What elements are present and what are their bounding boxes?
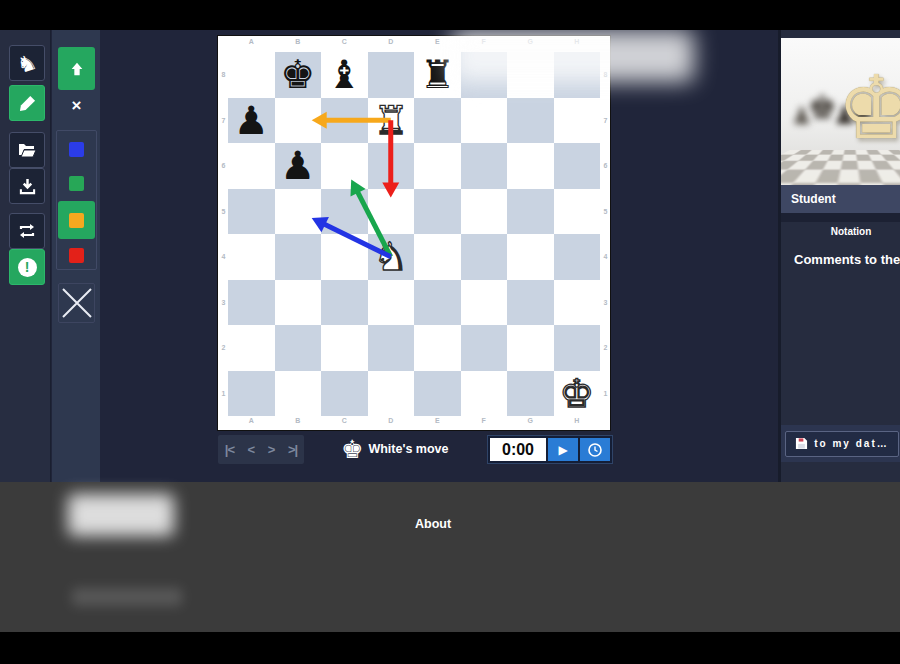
coord-label: 3 [219,280,228,326]
download-button[interactable] [9,168,45,204]
square-e5[interactable] [414,189,461,235]
top-black-bar [0,0,900,30]
square-a1[interactable] [228,371,275,417]
coord-label: 7 [601,98,610,144]
square-d5[interactable] [368,189,415,235]
coord-label: G [507,417,554,429]
coord-label: 6 [601,143,610,189]
square-c1[interactable] [321,371,368,417]
coord-label: B [275,417,322,429]
square-h4[interactable] [554,234,601,280]
about-link[interactable]: About [415,517,451,531]
folder-open-icon [18,142,37,159]
delete-cross-button[interactable] [58,283,95,323]
play-icon: ▶ [558,443,567,457]
piece-black-pawn-b6: ♟ [275,143,322,189]
square-f6[interactable] [461,143,508,189]
toolbar-draw: × [52,30,100,482]
square-a5[interactable] [228,189,275,235]
coord-label: C [321,38,368,50]
arrow-draw-button[interactable] [58,47,95,90]
square-b2[interactable] [275,325,322,371]
coord-label: E [414,38,461,50]
bottom-black-bar [0,632,900,664]
square-b8[interactable]: ♚ [275,52,322,98]
coord-label: 4 [601,234,610,280]
square-g6[interactable] [507,143,554,189]
square-f7[interactable] [461,98,508,144]
square-c7[interactable] [321,98,368,144]
repeat-icon [18,223,36,239]
square-b6[interactable]: ♟ [275,143,322,189]
coord-label: 2 [219,325,228,371]
square-e8[interactable]: ♜ [414,52,461,98]
student-label: Student [781,192,836,206]
coord-label: D [368,38,415,50]
save-bar: to my dat… [781,425,900,462]
coord-label: 2 [601,325,610,371]
red-swatch [69,248,84,263]
coord-label: C [321,417,368,429]
square-c8[interactable]: ♝ [321,52,368,98]
square-e2[interactable] [414,325,461,371]
coord-label: 7 [219,98,228,144]
square-e4[interactable] [414,234,461,280]
color-orange-button[interactable] [58,201,95,239]
blurred-logo [68,494,174,536]
timer-group: 0:00 ▶ [487,435,613,464]
comments-text: Comments to the les [794,252,900,267]
exclamation-icon: ! [18,258,37,277]
square-c6[interactable] [321,143,368,189]
coord-label: 1 [601,371,610,417]
download-icon [19,178,36,195]
page: ♞ [0,0,900,664]
piece-black-bishop-c8: ♝ [321,52,368,98]
square-a4[interactable] [228,234,275,280]
square-d6[interactable] [368,143,415,189]
info-button[interactable]: ! [9,249,45,285]
square-f8[interactable] [461,52,508,98]
square-h1[interactable]: ♚ [554,371,601,417]
square-g7[interactable] [507,98,554,144]
save-button-label: to my dat… [814,438,888,449]
square-a2[interactable] [228,325,275,371]
square-d7[interactable]: ♜ [368,98,415,144]
color-red-button[interactable] [58,241,95,269]
arrow-up-icon [69,61,85,77]
coord-label: E [414,417,461,429]
square-f1[interactable] [461,371,508,417]
coord-label: H [554,417,601,429]
pencil-icon [19,95,36,112]
clock-button[interactable] [580,438,610,461]
floppy-save-icon [795,437,808,450]
blurred-footer-text [72,588,182,606]
piece-white-rook-d7: ♜ [368,98,415,144]
square-h8[interactable] [554,52,601,98]
square-f4[interactable] [461,234,508,280]
rank-labels-left: 87654321 [219,52,228,416]
square-d2[interactable] [368,325,415,371]
green-swatch [69,176,84,191]
coord-label: 5 [601,189,610,235]
coord-label: 5 [219,189,228,235]
coord-label: A [228,417,275,429]
white-king-icon: ♚ [341,437,363,462]
square-b1[interactable] [275,371,322,417]
square-g4[interactable] [507,234,554,280]
piece-black-pawn-a7: ♟ [228,98,275,144]
square-a6[interactable] [228,143,275,189]
blurred-piece: ♟ [791,104,813,128]
square-e3[interactable] [414,280,461,326]
square-d8[interactable] [368,52,415,98]
square-a8[interactable] [228,52,275,98]
square-b7[interactable] [275,98,322,144]
square-g3[interactable] [507,280,554,326]
color-green-button[interactable] [58,169,95,197]
student-bar: Student [781,185,900,213]
panel-divider [781,213,900,222]
square-h2[interactable] [554,325,601,371]
square-c4[interactable] [321,234,368,280]
piece-tool-button[interactable]: ♞ [9,45,45,81]
square-d3[interactable] [368,280,415,326]
piece-white-knight-d4: ♞ [368,234,415,280]
clock-icon [587,442,603,458]
rank-labels-right: 87654321 [601,52,610,416]
square-c2[interactable] [321,325,368,371]
white-king-photo: ♚ [837,64,900,152]
square-g1[interactable] [507,371,554,417]
square-e1[interactable] [414,371,461,417]
notation-title: Notation [781,226,900,237]
blue-swatch [69,142,84,157]
square-f3[interactable] [461,280,508,326]
play-button[interactable]: ▶ [548,438,578,461]
nav-last-button[interactable]: >| [288,442,297,457]
right-panel: ♚ ♟ ♟ ♟ ♚ Student Notation Comments to t… [778,30,900,482]
square-h6[interactable] [554,143,601,189]
move-label: White's move [368,442,448,456]
square-h3[interactable] [554,280,601,326]
piece-black-king-b8: ♚ [275,52,322,98]
coord-label: D [368,417,415,429]
nav-prev-button[interactable]: < [248,442,255,457]
coord-label: F [461,38,508,50]
coord-label: A [228,38,275,50]
nav-next-button[interactable]: > [268,442,275,457]
coord-label: 8 [219,52,228,98]
square-e6[interactable] [414,143,461,189]
square-e7[interactable] [414,98,461,144]
x-icon: × [72,96,82,116]
square-a7[interactable]: ♟ [228,98,275,144]
chess-photo: ♚ ♟ ♟ ♟ ♚ [781,38,900,185]
coord-label: G [507,38,554,50]
square-c3[interactable] [321,280,368,326]
square-b4[interactable] [275,234,322,280]
coord-label: 1 [219,371,228,417]
chess-board: ABCDEFGH ABCDEFGH 87654321 87654321 ♚♝♜♟… [218,36,610,430]
coord-label: H [554,38,601,50]
board-squares: ♚♝♜♟♜♟♞♚ [228,52,600,416]
square-a3[interactable] [228,280,275,326]
square-f2[interactable] [461,325,508,371]
piece-black-rook-e8: ♜ [414,52,461,98]
footer: About [0,482,900,632]
clear-marks-button[interactable]: × [58,93,95,119]
square-b5[interactable] [275,189,322,235]
restart-loop-button[interactable] [9,213,45,249]
timer-display: 0:00 [490,438,546,461]
square-g5[interactable] [507,189,554,235]
toolbar-left: ♞ [0,30,51,482]
save-to-database-button[interactable]: to my dat… [785,431,898,457]
coord-label: B [275,38,322,50]
color-blue-button[interactable] [58,135,95,163]
coord-label: 8 [601,52,610,98]
coord-label: 4 [219,234,228,280]
square-h7[interactable] [554,98,601,144]
orange-swatch [69,213,84,228]
side-to-move-indicator: ♚ White's move [341,434,449,464]
nav-first-button[interactable]: |< [225,442,234,457]
knight-piece-icon: ♞ [14,48,40,78]
square-g8[interactable] [507,52,554,98]
big-x-icon [60,286,94,320]
file-labels-bottom: ABCDEFGH [228,417,600,429]
coord-label: 3 [601,280,610,326]
coord-label: 6 [219,143,228,189]
square-c5[interactable] [321,189,368,235]
square-g2[interactable] [507,325,554,371]
square-h5[interactable] [554,189,601,235]
square-b3[interactable] [275,280,322,326]
coord-label: F [461,417,508,429]
pencil-tool-button[interactable] [9,85,45,121]
piece-white-king-h1: ♚ [554,371,601,417]
square-d1[interactable] [368,371,415,417]
square-f5[interactable] [461,189,508,235]
open-file-button[interactable] [9,132,45,168]
move-navigation: |< < > >| [218,435,304,464]
app-area: ♞ [0,30,900,482]
file-labels-top: ABCDEFGH [228,38,600,50]
square-d4[interactable]: ♞ [368,234,415,280]
